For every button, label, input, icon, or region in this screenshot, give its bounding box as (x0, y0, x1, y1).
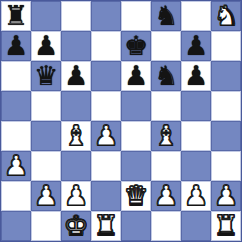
white-bishop-piece[interactable]: ♝ (64, 121, 88, 151)
square-e3[interactable] (121, 151, 151, 181)
black-queen-piece[interactable]: ♛ (34, 61, 58, 91)
square-h2[interactable]: ♟ (211, 181, 241, 211)
square-f5[interactable] (151, 91, 181, 121)
white-rook-piece[interactable]: ♜ (94, 211, 118, 241)
square-f7[interactable] (151, 31, 181, 61)
square-c7[interactable] (61, 31, 91, 61)
square-c4[interactable]: ♝ (61, 121, 91, 151)
black-pawn-piece[interactable]: ♟ (4, 31, 28, 61)
white-knight-piece[interactable]: ♞ (214, 1, 238, 31)
square-d3[interactable] (91, 151, 121, 181)
square-e5[interactable] (121, 91, 151, 121)
square-g7[interactable]: ♟ (181, 31, 211, 61)
black-knight-piece[interactable]: ♞ (154, 61, 178, 91)
black-pawn-piece[interactable]: ♟ (64, 61, 88, 91)
square-e8[interactable] (121, 1, 151, 31)
chess-board: ♜♞♞♟♟♚♟♛♟♟♞♟♝♟♝♟♟♟♛♟♟♟♚♜♜ (0, 0, 242, 242)
square-g2[interactable]: ♟ (181, 181, 211, 211)
square-f6[interactable]: ♞ (151, 61, 181, 91)
square-h5[interactable] (211, 91, 241, 121)
square-g3[interactable] (181, 151, 211, 181)
square-e7[interactable]: ♚ (121, 31, 151, 61)
black-king-piece[interactable]: ♚ (124, 31, 148, 61)
square-a6[interactable] (1, 61, 31, 91)
square-d6[interactable] (91, 61, 121, 91)
square-d7[interactable] (91, 31, 121, 61)
square-c1[interactable]: ♚ (61, 211, 91, 241)
square-d5[interactable] (91, 91, 121, 121)
square-e1[interactable] (121, 211, 151, 241)
black-pawn-piece[interactable]: ♟ (184, 31, 208, 61)
square-h4[interactable] (211, 121, 241, 151)
square-a5[interactable] (1, 91, 31, 121)
square-b3[interactable] (31, 151, 61, 181)
white-pawn-piece[interactable]: ♟ (34, 181, 58, 211)
white-pawn-piece[interactable]: ♟ (94, 121, 118, 151)
square-g1[interactable] (181, 211, 211, 241)
square-h6[interactable] (211, 61, 241, 91)
square-b4[interactable] (31, 121, 61, 151)
square-b1[interactable] (31, 211, 61, 241)
square-e6[interactable]: ♟ (121, 61, 151, 91)
square-g5[interactable] (181, 91, 211, 121)
square-f4[interactable]: ♝ (151, 121, 181, 151)
square-g4[interactable] (181, 121, 211, 151)
square-a1[interactable] (1, 211, 31, 241)
square-h1[interactable]: ♜ (211, 211, 241, 241)
black-pawn-piece[interactable]: ♟ (34, 31, 58, 61)
black-knight-piece[interactable]: ♞ (154, 1, 178, 31)
square-g8[interactable] (181, 1, 211, 31)
square-f8[interactable]: ♞ (151, 1, 181, 31)
white-pawn-piece[interactable]: ♟ (154, 181, 178, 211)
white-bishop-piece[interactable]: ♝ (154, 121, 178, 151)
square-b6[interactable]: ♛ (31, 61, 61, 91)
white-king-piece[interactable]: ♚ (64, 211, 88, 241)
square-e4[interactable] (121, 121, 151, 151)
square-c5[interactable] (61, 91, 91, 121)
square-c8[interactable] (61, 1, 91, 31)
square-b8[interactable] (31, 1, 61, 31)
square-c2[interactable]: ♟ (61, 181, 91, 211)
square-d1[interactable]: ♜ (91, 211, 121, 241)
square-b2[interactable]: ♟ (31, 181, 61, 211)
square-f3[interactable] (151, 151, 181, 181)
square-h7[interactable] (211, 31, 241, 61)
square-a7[interactable]: ♟ (1, 31, 31, 61)
square-g6[interactable]: ♟ (181, 61, 211, 91)
square-a2[interactable] (1, 181, 31, 211)
square-h3[interactable] (211, 151, 241, 181)
white-queen-piece[interactable]: ♛ (124, 181, 148, 211)
square-d2[interactable] (91, 181, 121, 211)
square-e2[interactable]: ♛ (121, 181, 151, 211)
square-d4[interactable]: ♟ (91, 121, 121, 151)
black-pawn-piece[interactable]: ♟ (184, 61, 208, 91)
square-b5[interactable] (31, 91, 61, 121)
black-rook-piece[interactable]: ♜ (4, 1, 28, 31)
square-d8[interactable] (91, 1, 121, 31)
white-pawn-piece[interactable]: ♟ (214, 181, 238, 211)
square-b7[interactable]: ♟ (31, 31, 61, 61)
black-pawn-piece[interactable]: ♟ (124, 61, 148, 91)
white-rook-piece[interactable]: ♜ (214, 211, 238, 241)
square-h8[interactable]: ♞ (211, 1, 241, 31)
white-pawn-piece[interactable]: ♟ (184, 181, 208, 211)
square-c6[interactable]: ♟ (61, 61, 91, 91)
square-f2[interactable]: ♟ (151, 181, 181, 211)
square-a3[interactable]: ♟ (1, 151, 31, 181)
square-c3[interactable] (61, 151, 91, 181)
white-pawn-piece[interactable]: ♟ (64, 181, 88, 211)
square-a4[interactable] (1, 121, 31, 151)
white-pawn-piece[interactable]: ♟ (4, 151, 28, 181)
square-f1[interactable] (151, 211, 181, 241)
square-a8[interactable]: ♜ (1, 1, 31, 31)
